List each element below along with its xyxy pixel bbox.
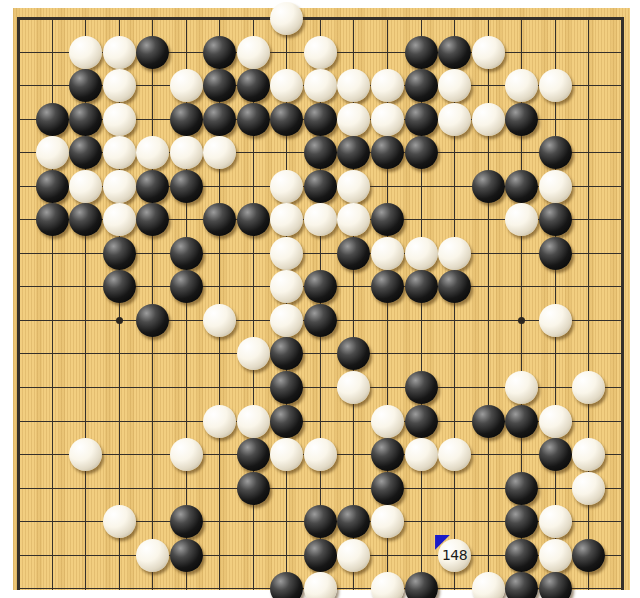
stone-white [103, 505, 136, 538]
stone-white [539, 69, 572, 102]
stone-black [69, 69, 102, 102]
stone-white [170, 438, 203, 471]
stone-black [539, 203, 572, 236]
stone-black [405, 103, 438, 136]
stone-black [472, 405, 505, 438]
stone-white [203, 304, 236, 337]
stone-white [170, 136, 203, 169]
stone-white [539, 539, 572, 572]
stone-black [405, 572, 438, 598]
stone-black [170, 539, 203, 572]
stone-white [438, 438, 471, 471]
stone-black [505, 539, 538, 572]
stone-white [572, 371, 605, 404]
stone-black [237, 472, 270, 505]
stone-white [371, 237, 404, 270]
stone-black [36, 203, 69, 236]
stone-black [304, 270, 337, 303]
stone-black [69, 203, 102, 236]
stone-white [371, 69, 404, 102]
stone-black [203, 36, 236, 69]
stone-black [505, 572, 538, 598]
stone-white [371, 572, 404, 598]
stone-black [69, 103, 102, 136]
stone-black [170, 237, 203, 270]
stone-white [405, 237, 438, 270]
stone-white [136, 136, 169, 169]
stone-white [371, 405, 404, 438]
stone-white [103, 36, 136, 69]
stone-white [304, 572, 337, 598]
stone-white [69, 170, 102, 203]
stone-black [203, 103, 236, 136]
stone-white [304, 438, 337, 471]
stone-white [270, 203, 303, 236]
stone-black [371, 270, 404, 303]
stone-white [270, 270, 303, 303]
stone-black [405, 405, 438, 438]
stone-white [505, 69, 538, 102]
stone-white [337, 170, 370, 203]
stone-white [438, 103, 471, 136]
stone-black [237, 69, 270, 102]
stone-black [36, 170, 69, 203]
stone-black [270, 572, 303, 598]
stone-black [270, 103, 303, 136]
stone-black [405, 36, 438, 69]
stone-white [270, 170, 303, 203]
stone-black [304, 539, 337, 572]
stone-white [438, 237, 471, 270]
stone-white [270, 69, 303, 102]
stone-black [304, 136, 337, 169]
stone-white [304, 203, 337, 236]
stone-black [371, 438, 404, 471]
stone-black [472, 170, 505, 203]
stone-black [438, 270, 471, 303]
stone-white [304, 36, 337, 69]
stone-white [136, 539, 169, 572]
stone-black [237, 438, 270, 471]
stone-white [69, 36, 102, 69]
stone-black [438, 36, 471, 69]
stone-black [170, 170, 203, 203]
stones-layer: 148 [0, 0, 640, 598]
stone-white [337, 371, 370, 404]
stone-black [539, 438, 572, 471]
stone-white [103, 69, 136, 102]
last-move-number: 148 [438, 539, 471, 572]
stone-white [505, 203, 538, 236]
stone-white [405, 438, 438, 471]
stone-white [572, 472, 605, 505]
stone-white [103, 136, 136, 169]
stone-black [539, 572, 572, 598]
stone-white [337, 69, 370, 102]
stone-white [237, 337, 270, 370]
stone-black [170, 505, 203, 538]
stone-white [69, 438, 102, 471]
stone-black [237, 103, 270, 136]
stone-white [270, 2, 303, 35]
stone-black [371, 203, 404, 236]
stone-black [69, 136, 102, 169]
stone-black [505, 505, 538, 538]
stone-black [103, 270, 136, 303]
stone-black [337, 136, 370, 169]
stone-white [337, 103, 370, 136]
stone-last-move: 148 [438, 539, 471, 572]
stone-white [438, 69, 471, 102]
stone-black [539, 237, 572, 270]
stone-black [337, 237, 370, 270]
stone-black [103, 237, 136, 270]
stone-white [505, 371, 538, 404]
stone-white [539, 405, 572, 438]
stone-black [203, 69, 236, 102]
stone-white [170, 69, 203, 102]
stone-white [371, 103, 404, 136]
stone-white [270, 438, 303, 471]
stone-white [203, 136, 236, 169]
stone-black [170, 103, 203, 136]
stone-white [337, 203, 370, 236]
stone-black [270, 337, 303, 370]
stone-white [572, 438, 605, 471]
stone-black [136, 36, 169, 69]
stone-white [103, 103, 136, 136]
stone-black [304, 170, 337, 203]
stone-black [304, 505, 337, 538]
stone-white [539, 170, 572, 203]
stone-black [539, 136, 572, 169]
stone-black [170, 270, 203, 303]
stone-white [36, 136, 69, 169]
stone-white [237, 36, 270, 69]
stone-white [270, 304, 303, 337]
stone-black [237, 203, 270, 236]
stone-black [505, 405, 538, 438]
stone-black [405, 136, 438, 169]
stone-white [539, 304, 572, 337]
stone-black [136, 203, 169, 236]
stone-white [203, 405, 236, 438]
stone-white [539, 505, 572, 538]
stone-white [304, 69, 337, 102]
stone-white [270, 237, 303, 270]
stone-white [371, 505, 404, 538]
stone-black [337, 505, 370, 538]
stone-black [203, 203, 236, 236]
stone-black [505, 103, 538, 136]
stone-white [103, 170, 136, 203]
stone-white [237, 405, 270, 438]
stone-white [472, 572, 505, 598]
stone-black [304, 103, 337, 136]
stone-black [371, 472, 404, 505]
stone-black [572, 539, 605, 572]
stone-black [270, 405, 303, 438]
stone-black [304, 304, 337, 337]
stone-white [103, 203, 136, 236]
stone-black [36, 103, 69, 136]
stone-black [371, 136, 404, 169]
stone-black [505, 170, 538, 203]
stone-black [337, 337, 370, 370]
stone-black [136, 170, 169, 203]
stone-white [337, 539, 370, 572]
stone-white [472, 103, 505, 136]
stone-black [405, 371, 438, 404]
stone-black [136, 304, 169, 337]
stone-black [405, 69, 438, 102]
stone-black [270, 371, 303, 404]
stone-white [472, 36, 505, 69]
stone-black [405, 270, 438, 303]
go-board-diagram: 148 [0, 0, 640, 598]
stone-black [505, 472, 538, 505]
